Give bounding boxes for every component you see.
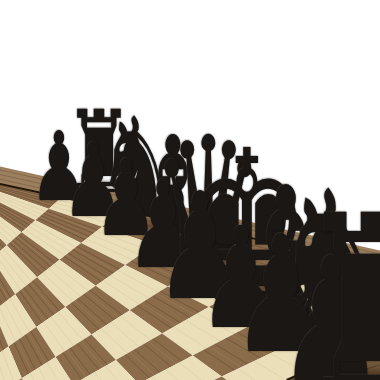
chess-pieces-layer: ♟♜♟♞♟♝♟♛♟♚♟♝♟♞♟♜ [0,0,380,380]
chess-piece-rook: ♜ [296,182,380,380]
chess-scene: ♟♜♟♞♟♝♟♛♟♚♟♝♟♞♟♜ [0,0,380,380]
